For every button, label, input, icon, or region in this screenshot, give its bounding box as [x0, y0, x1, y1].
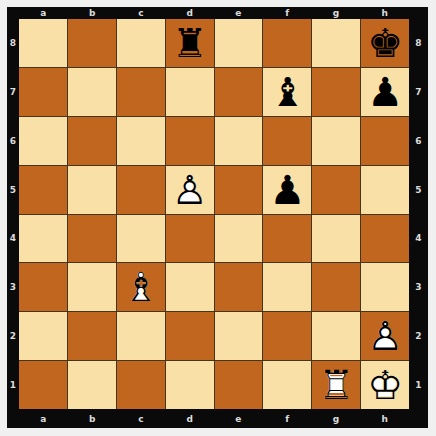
- rank-label-5-left: 5: [7, 165, 19, 214]
- black-pawn[interactable]: ♟: [361, 68, 409, 116]
- chessboard-frame: abcdefgh abcdefgh 87654321 87654321 ♜♚♝♟…: [7, 7, 428, 428]
- square-f6[interactable]: [263, 117, 311, 165]
- square-d6[interactable]: [166, 117, 214, 165]
- black-bishop-glyph: ♝: [263, 68, 311, 116]
- square-d8[interactable]: ♜: [166, 19, 214, 67]
- square-d2[interactable]: [166, 312, 214, 360]
- chessboard: ♜♚♝♟♟♙♟♝♗♟♙♜♖♚♔: [19, 19, 409, 409]
- rank-label-3-left: 3: [7, 263, 19, 312]
- file-label-b-bottom: b: [68, 409, 117, 428]
- square-h5[interactable]: [361, 166, 409, 214]
- rank-label-7-left: 7: [7, 68, 19, 117]
- square-e6[interactable]: [215, 117, 263, 165]
- file-label-d-bottom: d: [165, 409, 214, 428]
- square-d3[interactable]: [166, 263, 214, 311]
- black-king[interactable]: ♚: [361, 19, 409, 67]
- file-label-e-top: e: [214, 7, 263, 19]
- square-a2[interactable]: [19, 312, 67, 360]
- square-a6[interactable]: [19, 117, 67, 165]
- square-e4[interactable]: [215, 215, 263, 263]
- square-f4[interactable]: [263, 215, 311, 263]
- square-b1[interactable]: [68, 361, 116, 409]
- white-king-outline: ♔: [361, 361, 409, 409]
- rank-label-5-right: 5: [409, 165, 428, 214]
- square-h1[interactable]: ♚♔: [361, 361, 409, 409]
- file-label-g-top: g: [312, 7, 361, 19]
- rank-label-1-right: 1: [409, 360, 428, 409]
- square-a4[interactable]: [19, 215, 67, 263]
- square-e2[interactable]: [215, 312, 263, 360]
- square-h8[interactable]: ♚: [361, 19, 409, 67]
- rank-label-4-right: 4: [409, 214, 428, 263]
- file-label-c-top: c: [117, 7, 166, 19]
- white-bishop-outline: ♗: [117, 263, 165, 311]
- square-g5[interactable]: [312, 166, 360, 214]
- rank-label-6-right: 6: [409, 117, 428, 166]
- file-label-f-top: f: [263, 7, 312, 19]
- rank-labels-right: 87654321: [409, 19, 428, 409]
- square-a7[interactable]: [19, 68, 67, 116]
- square-a3[interactable]: [19, 263, 67, 311]
- square-g7[interactable]: [312, 68, 360, 116]
- square-c3[interactable]: ♝♗: [117, 263, 165, 311]
- black-pawn-glyph: ♟: [263, 166, 311, 214]
- square-h2[interactable]: ♟♙: [361, 312, 409, 360]
- rank-label-8-right: 8: [409, 19, 428, 68]
- square-f1[interactable]: [263, 361, 311, 409]
- square-b4[interactable]: [68, 215, 116, 263]
- square-g3[interactable]: [312, 263, 360, 311]
- square-d4[interactable]: [166, 215, 214, 263]
- square-e8[interactable]: [215, 19, 263, 67]
- file-label-a-top: a: [19, 7, 68, 19]
- square-c6[interactable]: [117, 117, 165, 165]
- square-h7[interactable]: ♟: [361, 68, 409, 116]
- rank-label-7-right: 7: [409, 68, 428, 117]
- white-rook-outline: ♖: [312, 361, 360, 409]
- white-rook[interactable]: ♜♖: [312, 361, 360, 409]
- square-f7[interactable]: ♝: [263, 68, 311, 116]
- white-pawn-outline: ♙: [166, 166, 214, 214]
- square-g2[interactable]: [312, 312, 360, 360]
- rank-labels-left: 87654321: [7, 19, 19, 409]
- file-labels-top: abcdefgh: [19, 7, 409, 19]
- rank-label-3-right: 3: [409, 263, 428, 312]
- file-label-f-bottom: f: [263, 409, 312, 428]
- rank-label-6-left: 6: [7, 117, 19, 166]
- square-d7[interactable]: [166, 68, 214, 116]
- square-a8[interactable]: [19, 19, 67, 67]
- rank-label-2-left: 2: [7, 312, 19, 361]
- square-a5[interactable]: [19, 166, 67, 214]
- square-g8[interactable]: [312, 19, 360, 67]
- rank-label-1-left: 1: [7, 360, 19, 409]
- file-label-d-top: d: [165, 7, 214, 19]
- square-c7[interactable]: [117, 68, 165, 116]
- black-pawn-glyph: ♟: [361, 68, 409, 116]
- square-g4[interactable]: [312, 215, 360, 263]
- file-label-e-bottom: e: [214, 409, 263, 428]
- black-rook[interactable]: ♜: [166, 19, 214, 67]
- white-pawn-outline: ♙: [361, 312, 409, 360]
- square-h6[interactable]: [361, 117, 409, 165]
- white-king[interactable]: ♚♔: [361, 361, 409, 409]
- black-bishop[interactable]: ♝: [263, 68, 311, 116]
- square-b3[interactable]: [68, 263, 116, 311]
- square-c1[interactable]: [117, 361, 165, 409]
- square-e7[interactable]: [215, 68, 263, 116]
- file-label-h-bottom: h: [360, 409, 409, 428]
- square-f5[interactable]: ♟: [263, 166, 311, 214]
- square-b2[interactable]: [68, 312, 116, 360]
- file-label-b-top: b: [68, 7, 117, 19]
- square-c5[interactable]: [117, 166, 165, 214]
- page: abcdefgh abcdefgh 87654321 87654321 ♜♚♝♟…: [0, 0, 436, 436]
- rank-label-4-left: 4: [7, 214, 19, 263]
- square-f3[interactable]: [263, 263, 311, 311]
- square-f2[interactable]: [263, 312, 311, 360]
- square-c4[interactable]: [117, 215, 165, 263]
- square-a1[interactable]: [19, 361, 67, 409]
- square-d1[interactable]: [166, 361, 214, 409]
- square-h4[interactable]: [361, 215, 409, 263]
- square-e3[interactable]: [215, 263, 263, 311]
- black-pawn[interactable]: ♟: [263, 166, 311, 214]
- file-labels-bottom: abcdefgh: [19, 409, 409, 428]
- white-pawn[interactable]: ♟♙: [361, 312, 409, 360]
- white-pawn[interactable]: ♟♙: [166, 166, 214, 214]
- square-b5[interactable]: [68, 166, 116, 214]
- square-g6[interactable]: [312, 117, 360, 165]
- square-b7[interactable]: [68, 68, 116, 116]
- square-e1[interactable]: [215, 361, 263, 409]
- file-label-h-top: h: [360, 7, 409, 19]
- square-f8[interactable]: [263, 19, 311, 67]
- white-bishop[interactable]: ♝♗: [117, 263, 165, 311]
- square-e5[interactable]: [215, 166, 263, 214]
- rank-label-8-left: 8: [7, 19, 19, 68]
- file-label-g-bottom: g: [312, 409, 361, 428]
- file-label-a-bottom: a: [19, 409, 68, 428]
- square-c8[interactable]: [117, 19, 165, 67]
- file-label-c-bottom: c: [117, 409, 166, 428]
- black-king-glyph: ♚: [361, 19, 409, 67]
- square-g1[interactable]: ♜♖: [312, 361, 360, 409]
- black-rook-glyph: ♜: [166, 19, 214, 67]
- square-b8[interactable]: [68, 19, 116, 67]
- rank-label-2-right: 2: [409, 312, 428, 361]
- square-b6[interactable]: [68, 117, 116, 165]
- square-c2[interactable]: [117, 312, 165, 360]
- square-d5[interactable]: ♟♙: [166, 166, 214, 214]
- square-h3[interactable]: [361, 263, 409, 311]
